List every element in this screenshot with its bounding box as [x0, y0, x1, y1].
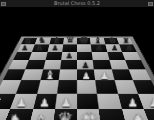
square-d2[interactable]: ♟ [55, 93, 77, 108]
square-c6[interactable] [45, 52, 62, 60]
black-pawn[interactable]: ♟ [17, 44, 32, 51]
black-queen[interactable]: ♛ [63, 35, 77, 44]
app-window: Brutal Chess 0.5.2 ♜♞♝♛♚♝♞♜♟♟♟♟♟♟♟♟♝♟♟♟♟… [0, 0, 154, 120]
white-pawn[interactable]: ♟ [77, 71, 96, 80]
white-pawn[interactable]: ♟ [33, 98, 55, 109]
chess-board-rim: ♜♞♝♛♚♝♞♜♟♟♟♟♟♟♟♟♝♟♟♟♟♟♟♟♟♜♞♝♛♚♞♜ [0, 36, 154, 120]
white-pawn[interactable]: ♟ [143, 98, 154, 109]
square-d1[interactable]: ♛ [52, 109, 77, 120]
square-e2[interactable] [77, 93, 99, 108]
black-pawn[interactable]: ♟ [47, 44, 62, 51]
square-h4[interactable] [128, 69, 151, 80]
square-e7[interactable] [77, 44, 92, 51]
square-h5[interactable] [125, 60, 146, 69]
square-e4[interactable]: ♟ [77, 69, 96, 80]
square-a3[interactable] [0, 80, 21, 93]
white-bishop[interactable]: ♝ [28, 112, 53, 120]
white-pawn[interactable]: ♟ [0, 98, 11, 109]
square-e3[interactable] [77, 80, 97, 93]
square-e8[interactable]: ♚ [77, 38, 91, 44]
white-rook[interactable]: ♜ [150, 114, 154, 120]
square-g7[interactable]: ♟ [105, 44, 122, 51]
square-f7[interactable]: ♟ [91, 44, 107, 51]
square-h6[interactable] [122, 52, 141, 60]
black-pawn[interactable]: ♟ [92, 44, 107, 51]
white-bishop[interactable]: ♝ [40, 69, 59, 80]
square-d3[interactable] [57, 80, 77, 93]
chess-scene: ♜♞♝♛♚♝♞♜♟♟♟♟♟♟♟♟♝♟♟♟♟♟♟♟♟♜♞♝♛♚♞♜ [0, 7, 154, 120]
close-icon[interactable] [148, 2, 153, 6]
white-knight[interactable]: ♞ [126, 113, 151, 120]
white-knight[interactable]: ♞ [3, 113, 28, 120]
square-e5[interactable]: ♟ [77, 60, 94, 69]
square-c4[interactable]: ♝ [40, 69, 60, 80]
black-pawn[interactable]: ♟ [32, 44, 47, 51]
square-h3[interactable] [133, 80, 154, 93]
square-c1[interactable]: ♝ [28, 109, 55, 120]
square-d8[interactable]: ♛ [63, 38, 77, 44]
square-a4[interactable] [3, 69, 26, 80]
square-c3[interactable] [37, 80, 59, 93]
black-pawn[interactable]: ♟ [122, 44, 137, 51]
white-queen[interactable]: ♛ [52, 111, 77, 120]
white-pawn[interactable]: ♟ [55, 98, 77, 109]
white-pawn[interactable]: ♟ [95, 71, 114, 80]
square-d4[interactable] [58, 69, 77, 80]
square-c2[interactable]: ♟ [33, 93, 57, 108]
square-h7[interactable]: ♟ [119, 44, 137, 51]
square-c7[interactable]: ♟ [47, 44, 63, 51]
square-b7[interactable]: ♟ [32, 44, 49, 51]
black-pawn[interactable]: ♟ [61, 52, 77, 60]
black-pawn[interactable]: ♟ [77, 61, 94, 69]
square-f4[interactable]: ♟ [94, 69, 114, 80]
square-e6[interactable] [77, 52, 93, 60]
window-title: Brutal Chess 0.5.2 [6, 0, 148, 7]
white-rook[interactable]: ♜ [0, 114, 4, 120]
black-king[interactable]: ♚ [77, 35, 91, 45]
square-g1[interactable]: ♞ [121, 109, 150, 120]
square-e1[interactable]: ♚ [77, 109, 102, 120]
white-pawn[interactable]: ♟ [121, 98, 143, 109]
square-d5[interactable] [60, 60, 77, 69]
black-pawn[interactable]: ♟ [107, 44, 122, 51]
square-b3[interactable] [16, 80, 39, 93]
square-d6[interactable]: ♟ [61, 52, 77, 60]
white-king[interactable]: ♚ [77, 110, 102, 120]
white-pawn[interactable]: ♟ [11, 98, 33, 109]
chess-board: ♜♞♝♛♚♝♞♜♟♟♟♟♟♟♟♟♝♟♟♟♟♟♟♟♟♜♞♝♛♚♞♜ [0, 38, 154, 120]
